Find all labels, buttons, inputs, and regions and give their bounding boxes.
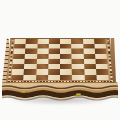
square-a1 xyxy=(11,75,24,81)
corner-inlay-right xyxy=(110,81,112,82)
box-front-side xyxy=(2,82,118,104)
square-f1 xyxy=(72,75,84,81)
brass-clasp-right xyxy=(76,94,81,97)
mosaic-inlay-front xyxy=(8,81,113,82)
brass-clasp-left xyxy=(21,91,26,94)
square-c1 xyxy=(36,75,48,81)
chess-board xyxy=(6,38,114,83)
board-grid xyxy=(11,39,109,81)
square-d1 xyxy=(48,75,60,81)
square-g1 xyxy=(84,75,96,81)
product-photo xyxy=(0,0,120,120)
square-h1 xyxy=(96,75,109,81)
square-e1 xyxy=(60,75,72,81)
square-b1 xyxy=(23,75,35,81)
corner-inlay-left xyxy=(8,81,10,82)
carved-wave-band xyxy=(2,93,118,96)
